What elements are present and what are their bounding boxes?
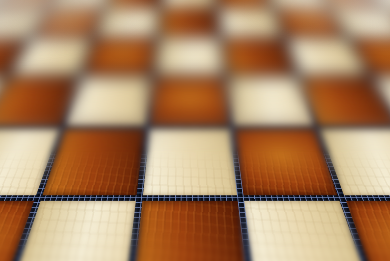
light-square xyxy=(244,201,374,261)
chess-board xyxy=(0,0,390,261)
light-square xyxy=(369,0,390,7)
dark-square xyxy=(132,201,249,261)
light-square xyxy=(143,129,237,196)
dark-square xyxy=(351,38,390,74)
dark-square xyxy=(346,201,390,261)
dark-square xyxy=(160,8,219,36)
light-square xyxy=(11,38,91,74)
dark-square xyxy=(0,38,28,74)
dark-square xyxy=(42,129,144,196)
dark-square xyxy=(150,77,229,125)
dark-square xyxy=(235,129,338,196)
dark-square xyxy=(0,201,34,261)
light-square xyxy=(0,8,45,36)
chess-board xyxy=(0,0,390,261)
light-square xyxy=(143,129,237,196)
dark-square xyxy=(33,8,102,36)
light-square xyxy=(0,0,9,7)
dark-square xyxy=(318,0,384,7)
light-square xyxy=(228,77,313,125)
dark-square xyxy=(0,38,28,74)
dark-square xyxy=(0,201,34,261)
dark-square xyxy=(235,129,338,196)
dark-square xyxy=(83,38,155,74)
dark-square xyxy=(42,129,144,196)
light-square xyxy=(320,129,390,196)
light-square xyxy=(219,8,282,36)
dark-square xyxy=(301,77,390,125)
light-square xyxy=(0,77,5,125)
light-square xyxy=(96,8,159,36)
light-square xyxy=(11,38,91,74)
background-haze xyxy=(0,0,390,70)
light-square xyxy=(156,38,224,74)
dark-square xyxy=(0,0,60,7)
dark-square xyxy=(318,0,384,7)
light-square xyxy=(374,77,390,125)
light-square xyxy=(50,0,111,7)
dark-square xyxy=(0,201,34,261)
dark-square xyxy=(106,0,161,7)
dark-square xyxy=(346,201,390,261)
light-square xyxy=(143,129,237,196)
dark-square xyxy=(346,201,390,261)
light-square xyxy=(320,129,390,196)
light-square xyxy=(0,77,5,125)
light-square xyxy=(287,38,368,74)
dark-square xyxy=(160,8,219,36)
light-square xyxy=(163,0,216,7)
light-square xyxy=(7,201,136,261)
board-layer-farblur xyxy=(0,0,390,261)
light-square xyxy=(219,8,282,36)
dark-square xyxy=(0,38,28,74)
dark-square xyxy=(0,77,78,125)
dark-square xyxy=(0,0,60,7)
dark-square xyxy=(235,129,338,196)
dark-square xyxy=(216,0,272,7)
dark-square xyxy=(223,38,295,74)
board-layer-midblur xyxy=(0,0,390,261)
dark-square xyxy=(83,38,155,74)
board-layer-nearblur xyxy=(0,0,390,261)
dark-square xyxy=(318,0,384,7)
dark-square xyxy=(42,129,144,196)
light-square xyxy=(228,77,313,125)
dark-square xyxy=(0,77,78,125)
dark-square xyxy=(160,8,219,36)
light-square xyxy=(244,201,374,261)
dark-square xyxy=(276,8,345,36)
light-square xyxy=(50,0,111,7)
light-square xyxy=(320,129,390,196)
light-square xyxy=(11,38,91,74)
light-square xyxy=(7,201,136,261)
dark-square xyxy=(351,38,390,74)
dark-square xyxy=(0,201,34,261)
dark-square xyxy=(223,38,295,74)
chess-board xyxy=(0,0,390,261)
dark-square xyxy=(216,0,272,7)
dark-square xyxy=(301,77,390,125)
light-square xyxy=(11,38,91,74)
light-square xyxy=(66,77,150,125)
dark-square xyxy=(216,0,272,7)
dark-square xyxy=(83,38,155,74)
dark-square xyxy=(33,8,102,36)
dark-square xyxy=(106,0,161,7)
light-square xyxy=(0,77,5,125)
light-square xyxy=(66,77,150,125)
light-square xyxy=(267,0,328,7)
chessboard-photo xyxy=(0,0,390,261)
dark-square xyxy=(318,0,384,7)
dark-square xyxy=(83,38,155,74)
light-square xyxy=(333,8,390,36)
light-square xyxy=(0,129,60,196)
light-square xyxy=(156,38,224,74)
light-square xyxy=(244,201,374,261)
light-square xyxy=(267,0,328,7)
dark-square xyxy=(351,38,390,74)
light-square xyxy=(0,77,5,125)
light-square xyxy=(369,0,390,7)
dark-square xyxy=(0,38,28,74)
light-square xyxy=(163,0,216,7)
light-square xyxy=(320,129,390,196)
board-layer-sharp xyxy=(0,0,390,261)
dark-square xyxy=(132,201,249,261)
dark-square xyxy=(276,8,345,36)
dark-square xyxy=(33,8,102,36)
light-square xyxy=(7,201,136,261)
light-square xyxy=(156,38,224,74)
dark-square xyxy=(150,77,229,125)
perspective-scene xyxy=(0,0,390,261)
light-square xyxy=(374,77,390,125)
light-square xyxy=(0,129,60,196)
dark-square xyxy=(0,77,78,125)
light-square xyxy=(287,38,368,74)
light-square xyxy=(96,8,159,36)
dark-square xyxy=(223,38,295,74)
dark-square xyxy=(276,8,345,36)
light-square xyxy=(0,0,9,7)
dark-square xyxy=(223,38,295,74)
light-square xyxy=(267,0,328,7)
light-square xyxy=(50,0,111,7)
dark-square xyxy=(42,129,144,196)
dark-square xyxy=(106,0,161,7)
light-square xyxy=(374,77,390,125)
light-square xyxy=(228,77,313,125)
dark-square xyxy=(150,77,229,125)
light-square xyxy=(219,8,282,36)
light-square xyxy=(96,8,159,36)
light-square xyxy=(219,8,282,36)
light-square xyxy=(244,201,374,261)
light-square xyxy=(0,8,45,36)
dark-square xyxy=(106,0,161,7)
light-square xyxy=(333,8,390,36)
dark-square xyxy=(132,201,249,261)
light-square xyxy=(369,0,390,7)
dark-square xyxy=(0,77,78,125)
dark-square xyxy=(301,77,390,125)
light-square xyxy=(369,0,390,7)
light-square xyxy=(66,77,150,125)
light-square xyxy=(163,0,216,7)
light-square xyxy=(267,0,328,7)
photo-vignette xyxy=(0,0,390,261)
light-square xyxy=(0,0,9,7)
dark-square xyxy=(276,8,345,36)
dark-square xyxy=(235,129,338,196)
light-square xyxy=(50,0,111,7)
light-square xyxy=(0,8,45,36)
light-square xyxy=(0,8,45,36)
light-square xyxy=(66,77,150,125)
dark-square xyxy=(150,77,229,125)
dark-square xyxy=(132,201,249,261)
dark-square xyxy=(160,8,219,36)
dark-square xyxy=(0,0,60,7)
light-square xyxy=(333,8,390,36)
light-square xyxy=(287,38,368,74)
light-square xyxy=(156,38,224,74)
light-square xyxy=(0,129,60,196)
light-square xyxy=(287,38,368,74)
chess-board xyxy=(0,0,390,261)
light-square xyxy=(374,77,390,125)
light-square xyxy=(163,0,216,7)
light-square xyxy=(143,129,237,196)
dark-square xyxy=(33,8,102,36)
light-square xyxy=(96,8,159,36)
light-square xyxy=(0,129,60,196)
light-square xyxy=(333,8,390,36)
dark-square xyxy=(0,0,60,7)
dark-square xyxy=(301,77,390,125)
dark-square xyxy=(216,0,272,7)
light-square xyxy=(228,77,313,125)
dark-square xyxy=(346,201,390,261)
light-square xyxy=(7,201,136,261)
dark-square xyxy=(351,38,390,74)
light-square xyxy=(0,0,9,7)
